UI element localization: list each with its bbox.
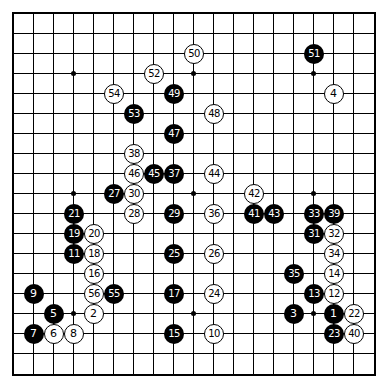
board-cell xyxy=(14,194,34,214)
stone-white-18: 18 xyxy=(84,244,104,264)
board-cell xyxy=(134,354,154,374)
board-cell xyxy=(334,354,354,374)
move-number: 5 xyxy=(50,308,57,319)
stone-black-27: 27 xyxy=(104,184,124,204)
board-cell xyxy=(334,134,354,154)
stone-white-42: 42 xyxy=(244,184,264,204)
board-cell xyxy=(134,254,154,274)
board-cell xyxy=(34,194,54,214)
board-cell xyxy=(274,114,294,134)
board-cell xyxy=(254,274,274,294)
board-cell xyxy=(254,54,274,74)
stone-black-13: 13 xyxy=(304,284,324,304)
board-cell xyxy=(234,14,254,34)
stone-black-3: 3 xyxy=(284,304,304,324)
move-number: 53 xyxy=(128,108,139,118)
stone-white-52: 52 xyxy=(144,64,164,84)
stone-black-7: 7 xyxy=(24,324,44,344)
board-cell xyxy=(254,254,274,274)
board-cell xyxy=(94,34,114,54)
star-point xyxy=(311,191,316,196)
board-cell xyxy=(134,274,154,294)
board-cell xyxy=(254,14,274,34)
board-cell xyxy=(34,154,54,174)
board-cell xyxy=(354,34,374,54)
stone-black-53: 53 xyxy=(124,104,144,124)
stone-black-41: 41 xyxy=(244,204,264,224)
board-cell xyxy=(354,114,374,134)
board-cell xyxy=(94,54,114,74)
board-cell xyxy=(54,14,74,34)
board-cell xyxy=(314,14,334,34)
board-cell xyxy=(174,14,194,34)
move-number: 8 xyxy=(70,328,77,339)
board-cell xyxy=(334,154,354,174)
star-point xyxy=(71,191,76,196)
board-cell xyxy=(34,234,54,254)
board-cell xyxy=(14,74,34,94)
move-number: 13 xyxy=(308,288,319,298)
board-cell xyxy=(314,134,334,154)
star-point xyxy=(191,71,196,76)
move-number: 21 xyxy=(68,208,79,218)
board-cell xyxy=(294,94,314,114)
board-cell xyxy=(14,174,34,194)
board-cell xyxy=(214,74,234,94)
board-cell xyxy=(134,334,154,354)
move-number: 52 xyxy=(148,68,159,78)
board-cell xyxy=(354,74,374,94)
stone-white-2: 2 xyxy=(84,304,104,324)
move-number: 38 xyxy=(128,148,139,158)
star-point xyxy=(71,71,76,76)
move-number: 50 xyxy=(188,48,199,58)
board-cell xyxy=(34,94,54,114)
move-number: 3 xyxy=(290,308,297,319)
move-number: 30 xyxy=(128,188,139,198)
board-cell xyxy=(254,334,274,354)
board-cell xyxy=(14,214,34,234)
board-cell xyxy=(354,354,374,374)
board-cell xyxy=(214,354,234,374)
board-cell xyxy=(174,354,194,374)
board-cell xyxy=(354,174,374,194)
board-cell xyxy=(54,34,74,54)
board-cell xyxy=(274,54,294,74)
board-cell xyxy=(234,294,254,314)
stone-white-28: 28 xyxy=(124,204,144,224)
stone-white-30: 30 xyxy=(124,184,144,204)
board-cell xyxy=(274,234,294,254)
move-number: 22 xyxy=(348,308,359,318)
board-cell xyxy=(54,134,74,154)
move-number: 36 xyxy=(208,208,219,218)
board-cell xyxy=(214,134,234,154)
board-cell xyxy=(94,114,114,134)
board-cell xyxy=(94,334,114,354)
star-point xyxy=(71,311,76,316)
board-cell xyxy=(134,234,154,254)
board-cell xyxy=(54,274,74,294)
go-diagram-page: 1234567891011121314151617181920212223242… xyxy=(0,0,390,390)
move-number: 2 xyxy=(90,308,97,319)
board-cell xyxy=(194,354,214,374)
move-number: 19 xyxy=(68,228,79,238)
stone-white-40: 40 xyxy=(344,324,364,344)
move-number: 7 xyxy=(30,328,37,339)
board-cell xyxy=(294,174,314,194)
stone-black-55: 55 xyxy=(104,284,124,304)
move-number: 48 xyxy=(208,108,219,118)
board-cell xyxy=(114,354,134,374)
board-cell xyxy=(14,234,34,254)
board-cell xyxy=(314,154,334,174)
board-cell xyxy=(294,334,314,354)
star-point xyxy=(191,311,196,316)
board-cell xyxy=(14,14,34,34)
board-cell xyxy=(294,354,314,374)
stone-black-29: 29 xyxy=(164,204,184,224)
move-number: 45 xyxy=(148,168,159,178)
move-number: 31 xyxy=(308,228,319,238)
board-cell xyxy=(74,154,94,174)
move-number: 43 xyxy=(268,208,279,218)
board-cell xyxy=(134,14,154,34)
board-cell xyxy=(334,14,354,34)
board-cell xyxy=(74,54,94,74)
stone-white-24: 24 xyxy=(204,284,224,304)
board-cell xyxy=(234,274,254,294)
board-cell xyxy=(114,14,134,34)
stone-black-11: 11 xyxy=(64,244,84,264)
stone-black-5: 5 xyxy=(44,304,64,324)
board-cell xyxy=(34,54,54,74)
board-cell xyxy=(134,34,154,54)
board-cell xyxy=(314,174,334,194)
stone-black-33: 33 xyxy=(304,204,324,224)
move-number: 34 xyxy=(328,248,339,258)
board-cell xyxy=(234,34,254,54)
board-cell xyxy=(274,134,294,154)
star-point xyxy=(311,71,316,76)
board-cell xyxy=(34,34,54,54)
stone-white-10: 10 xyxy=(204,324,224,344)
stone-black-25: 25 xyxy=(164,244,184,264)
stone-black-23: 23 xyxy=(324,324,344,344)
board-cell xyxy=(54,54,74,74)
board-cell xyxy=(234,74,254,94)
board-cell xyxy=(274,334,294,354)
move-number: 17 xyxy=(168,288,179,298)
board-cell xyxy=(234,354,254,374)
board-cell xyxy=(54,174,74,194)
stone-white-12: 12 xyxy=(324,284,344,304)
board-cell xyxy=(254,234,274,254)
board-cell xyxy=(214,14,234,34)
move-number: 11 xyxy=(68,248,79,258)
move-number: 23 xyxy=(328,328,339,338)
board-cell xyxy=(114,314,134,334)
board-cell xyxy=(274,154,294,174)
board-cell xyxy=(234,234,254,254)
board-cell xyxy=(214,34,234,54)
board-cell xyxy=(234,254,254,274)
board-cell xyxy=(274,74,294,94)
move-number: 56 xyxy=(88,288,99,298)
stone-white-54: 54 xyxy=(104,84,124,104)
stone-white-26: 26 xyxy=(204,244,224,264)
move-number: 39 xyxy=(328,208,339,218)
board-cell xyxy=(334,174,354,194)
board-cell xyxy=(234,94,254,114)
move-number: 6 xyxy=(50,328,57,339)
board-cell xyxy=(74,94,94,114)
stone-black-9: 9 xyxy=(24,284,44,304)
stone-white-36: 36 xyxy=(204,204,224,224)
board-cell xyxy=(294,154,314,174)
board-cell xyxy=(54,74,74,94)
board-cell xyxy=(114,334,134,354)
stone-black-15: 15 xyxy=(164,324,184,344)
stone-white-44: 44 xyxy=(204,164,224,184)
board-cell xyxy=(334,54,354,74)
move-number: 40 xyxy=(348,328,359,338)
stone-black-45: 45 xyxy=(144,164,164,184)
move-number: 54 xyxy=(108,88,119,98)
board-cell xyxy=(14,134,34,154)
board-cell xyxy=(134,294,154,314)
board-cell xyxy=(154,34,174,54)
board-cell xyxy=(254,134,274,154)
move-number: 44 xyxy=(208,168,219,178)
move-number: 47 xyxy=(168,128,179,138)
stone-black-37: 37 xyxy=(164,164,184,184)
board-cell xyxy=(74,34,94,54)
board-cell xyxy=(274,34,294,54)
board-cell xyxy=(194,74,214,94)
board-cell xyxy=(34,174,54,194)
board-cell xyxy=(214,54,234,74)
board-cell xyxy=(74,174,94,194)
move-number: 14 xyxy=(328,268,339,278)
board-cell xyxy=(294,134,314,154)
stone-white-48: 48 xyxy=(204,104,224,124)
board-cell xyxy=(234,314,254,334)
board-cell xyxy=(14,94,34,114)
board-cell xyxy=(254,74,274,94)
board-cell xyxy=(34,214,54,234)
move-number: 29 xyxy=(168,208,179,218)
board-cell xyxy=(34,134,54,154)
board-cell xyxy=(14,54,34,74)
stone-white-22: 22 xyxy=(344,304,364,324)
star-point xyxy=(191,191,196,196)
board-cell xyxy=(234,114,254,134)
move-number: 24 xyxy=(208,288,219,298)
board-cell xyxy=(234,134,254,154)
stone-black-31: 31 xyxy=(304,224,324,244)
board-cell xyxy=(354,194,374,214)
move-number: 26 xyxy=(208,248,219,258)
board-cell xyxy=(254,34,274,54)
stone-white-6: 6 xyxy=(44,324,64,344)
stone-black-49: 49 xyxy=(164,84,184,104)
board-cell xyxy=(314,114,334,134)
board-cell xyxy=(54,154,74,174)
move-number: 41 xyxy=(248,208,259,218)
stone-white-16: 16 xyxy=(84,264,104,284)
stone-white-50: 50 xyxy=(184,44,204,64)
board-cell xyxy=(54,114,74,134)
board-cell xyxy=(254,114,274,134)
board-cell xyxy=(14,34,34,54)
board-cell xyxy=(274,14,294,34)
stone-white-20: 20 xyxy=(84,224,104,244)
move-number: 42 xyxy=(248,188,259,198)
board-cell xyxy=(94,354,114,374)
board-cell xyxy=(254,94,274,114)
star-point xyxy=(311,311,316,316)
stone-black-1: 1 xyxy=(324,304,344,324)
move-number: 28 xyxy=(128,208,139,218)
board-cell xyxy=(134,314,154,334)
move-number: 51 xyxy=(308,48,319,58)
stone-black-19: 19 xyxy=(64,224,84,244)
move-number: 12 xyxy=(328,288,339,298)
move-number: 33 xyxy=(308,208,319,218)
board-cell xyxy=(354,94,374,114)
go-board: 1234567891011121314151617181920212223242… xyxy=(0,0,390,390)
move-number: 15 xyxy=(168,328,179,338)
board-cell xyxy=(274,174,294,194)
board-cell xyxy=(14,254,34,274)
board-cell xyxy=(354,154,374,174)
board-cell xyxy=(94,134,114,154)
stone-black-21: 21 xyxy=(64,204,84,224)
board-cell xyxy=(254,154,274,174)
move-number: 55 xyxy=(108,288,119,298)
move-number: 32 xyxy=(328,228,339,238)
board-cell xyxy=(34,354,54,374)
stone-black-17: 17 xyxy=(164,284,184,304)
board-cell xyxy=(194,14,214,34)
board-cell xyxy=(194,134,214,154)
stone-white-56: 56 xyxy=(84,284,104,304)
board-cell xyxy=(74,134,94,154)
board-cell xyxy=(74,354,94,374)
move-number: 35 xyxy=(288,268,299,278)
board-cell xyxy=(94,14,114,34)
board-cell xyxy=(354,274,374,294)
board-cell xyxy=(334,34,354,54)
board-cell xyxy=(274,354,294,374)
stone-black-39: 39 xyxy=(324,204,344,224)
move-number: 4 xyxy=(330,88,337,99)
board-cell xyxy=(114,34,134,54)
board-cell xyxy=(294,14,314,34)
board-cell xyxy=(34,254,54,274)
move-number: 49 xyxy=(168,88,179,98)
move-number: 10 xyxy=(208,328,219,338)
stone-black-43: 43 xyxy=(264,204,284,224)
board-cell xyxy=(314,354,334,374)
board-cell xyxy=(254,314,274,334)
board-cell xyxy=(354,134,374,154)
board-cell xyxy=(254,354,274,374)
board-cell xyxy=(234,54,254,74)
board-cell xyxy=(14,354,34,374)
board-cell xyxy=(294,114,314,134)
board-cell xyxy=(354,54,374,74)
move-number: 27 xyxy=(108,188,119,198)
stone-white-8: 8 xyxy=(64,324,84,344)
move-number: 1 xyxy=(330,308,337,319)
board-cell xyxy=(334,114,354,134)
stone-white-46: 46 xyxy=(124,164,144,184)
stone-black-47: 47 xyxy=(164,124,184,144)
stone-black-35: 35 xyxy=(284,264,304,284)
board-cell xyxy=(74,74,94,94)
board-cell xyxy=(74,14,94,34)
move-number: 20 xyxy=(88,228,99,238)
board-cell xyxy=(34,14,54,34)
board-cell xyxy=(154,14,174,34)
board-cell xyxy=(34,74,54,94)
stone-white-34: 34 xyxy=(324,244,344,264)
board-cell xyxy=(354,234,374,254)
board-cell xyxy=(54,94,74,114)
board-cell xyxy=(74,114,94,134)
board-cell xyxy=(274,94,294,114)
move-number: 25 xyxy=(168,248,179,258)
stone-white-38: 38 xyxy=(124,144,144,164)
board-cell xyxy=(254,294,274,314)
board-cell xyxy=(54,354,74,374)
board-cell xyxy=(94,154,114,174)
board-cell xyxy=(294,74,314,94)
board-cell xyxy=(34,114,54,134)
board-cell xyxy=(154,354,174,374)
stone-white-14: 14 xyxy=(324,264,344,284)
board-cell xyxy=(354,14,374,34)
board-cell xyxy=(114,234,134,254)
move-number: 18 xyxy=(88,248,99,258)
move-number: 37 xyxy=(168,168,179,178)
board-cell xyxy=(234,334,254,354)
board-cell xyxy=(14,154,34,174)
stone-black-51: 51 xyxy=(304,44,324,64)
move-number: 16 xyxy=(88,268,99,278)
board-cell xyxy=(114,254,134,274)
board-cell xyxy=(354,254,374,274)
stone-white-4: 4 xyxy=(324,84,344,104)
board-cell xyxy=(114,54,134,74)
move-number: 46 xyxy=(128,168,139,178)
board-cell xyxy=(14,114,34,134)
stone-white-32: 32 xyxy=(324,224,344,244)
board-cell xyxy=(234,154,254,174)
move-number: 9 xyxy=(30,288,37,299)
board-cell xyxy=(354,214,374,234)
